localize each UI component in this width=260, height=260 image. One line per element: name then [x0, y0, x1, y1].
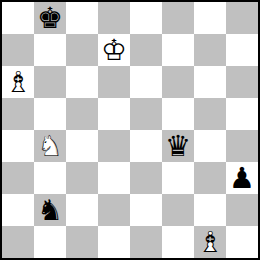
square-e2[interactable]: [130, 194, 162, 226]
square-c4[interactable]: [66, 130, 98, 162]
square-a7[interactable]: [2, 34, 34, 66]
square-e8[interactable]: [130, 2, 162, 34]
square-f3[interactable]: [162, 162, 194, 194]
square-f5[interactable]: [162, 98, 194, 130]
square-e1[interactable]: [130, 226, 162, 258]
square-d5[interactable]: [98, 98, 130, 130]
square-h2[interactable]: [226, 194, 258, 226]
square-g3[interactable]: [194, 162, 226, 194]
piece-white-knight[interactable]: ♞♘: [34, 130, 66, 162]
square-f1[interactable]: [162, 226, 194, 258]
square-e6[interactable]: [130, 66, 162, 98]
piece-glyph-outline: ♞: [34, 194, 66, 226]
square-f7[interactable]: [162, 34, 194, 66]
square-g2[interactable]: [194, 194, 226, 226]
piece-glyph-outline: ♘: [34, 130, 66, 162]
square-c7[interactable]: [66, 34, 98, 66]
square-d8[interactable]: [98, 2, 130, 34]
square-a1[interactable]: [2, 226, 34, 258]
chess-board: ♚♚♔♝♗♞♘♛♟♞♝♗: [0, 0, 260, 260]
piece-glyph-outline: ♗: [194, 226, 226, 258]
square-c2[interactable]: [66, 194, 98, 226]
square-e4[interactable]: [130, 130, 162, 162]
square-f8[interactable]: [162, 2, 194, 34]
square-f4[interactable]: ♛: [162, 130, 194, 162]
square-a4[interactable]: [2, 130, 34, 162]
square-h7[interactable]: [226, 34, 258, 66]
square-c3[interactable]: [66, 162, 98, 194]
square-a3[interactable]: [2, 162, 34, 194]
piece-black-king[interactable]: ♚: [34, 2, 66, 34]
square-e7[interactable]: [130, 34, 162, 66]
square-d6[interactable]: [98, 66, 130, 98]
square-b5[interactable]: [34, 98, 66, 130]
square-g6[interactable]: [194, 66, 226, 98]
square-c1[interactable]: [66, 226, 98, 258]
square-b3[interactable]: [34, 162, 66, 194]
square-f2[interactable]: [162, 194, 194, 226]
square-d3[interactable]: [98, 162, 130, 194]
square-d4[interactable]: [98, 130, 130, 162]
square-h1[interactable]: [226, 226, 258, 258]
piece-black-knight[interactable]: ♞: [34, 194, 66, 226]
piece-glyph-outline: ♚: [34, 2, 66, 34]
square-h5[interactable]: [226, 98, 258, 130]
piece-black-pawn[interactable]: ♟: [226, 162, 258, 194]
square-b8[interactable]: ♚: [34, 2, 66, 34]
square-c6[interactable]: [66, 66, 98, 98]
piece-white-bishop[interactable]: ♝♗: [194, 226, 226, 258]
piece-glyph-outline: ♟: [226, 162, 258, 194]
square-d2[interactable]: [98, 194, 130, 226]
square-a5[interactable]: [2, 98, 34, 130]
square-h4[interactable]: [226, 130, 258, 162]
piece-black-queen[interactable]: ♛: [162, 130, 194, 162]
square-b1[interactable]: [34, 226, 66, 258]
square-a2[interactable]: [2, 194, 34, 226]
square-g4[interactable]: [194, 130, 226, 162]
square-b6[interactable]: [34, 66, 66, 98]
piece-white-king[interactable]: ♚♔: [98, 34, 130, 66]
square-g8[interactable]: [194, 2, 226, 34]
square-b4[interactable]: ♞♘: [34, 130, 66, 162]
square-b7[interactable]: [34, 34, 66, 66]
square-f6[interactable]: [162, 66, 194, 98]
square-e3[interactable]: [130, 162, 162, 194]
piece-white-bishop[interactable]: ♝♗: [2, 66, 34, 98]
piece-glyph-outline: ♗: [2, 66, 34, 98]
piece-glyph-outline: ♛: [162, 130, 194, 162]
square-a6[interactable]: ♝♗: [2, 66, 34, 98]
square-g1[interactable]: ♝♗: [194, 226, 226, 258]
square-d7[interactable]: ♚♔: [98, 34, 130, 66]
square-a8[interactable]: [2, 2, 34, 34]
square-g7[interactable]: [194, 34, 226, 66]
square-h6[interactable]: [226, 66, 258, 98]
square-c5[interactable]: [66, 98, 98, 130]
square-h8[interactable]: [226, 2, 258, 34]
square-e5[interactable]: [130, 98, 162, 130]
square-b2[interactable]: ♞: [34, 194, 66, 226]
piece-glyph-outline: ♔: [98, 34, 130, 66]
square-c8[interactable]: [66, 2, 98, 34]
square-g5[interactable]: [194, 98, 226, 130]
square-h3[interactable]: ♟: [226, 162, 258, 194]
square-d1[interactable]: [98, 226, 130, 258]
